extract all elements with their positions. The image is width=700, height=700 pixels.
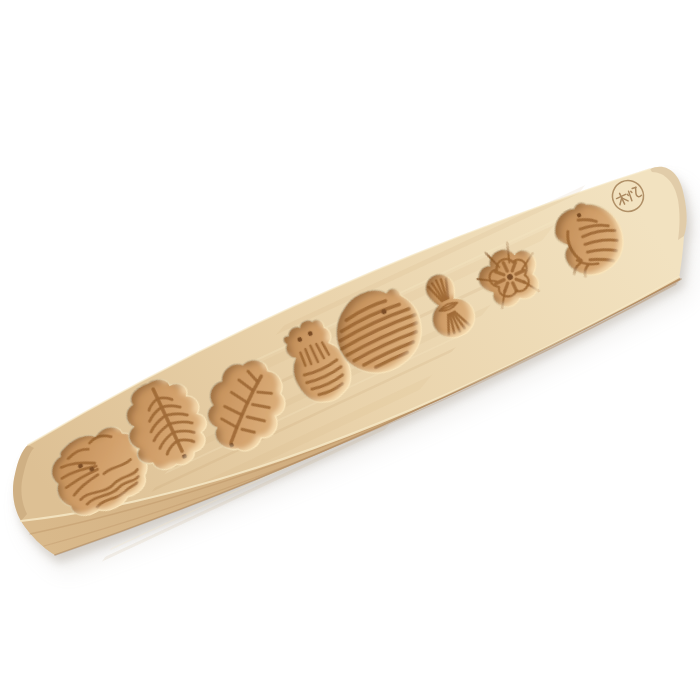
mold-illustration: Wooden kashigata sweets mold: a long lig… [0, 0, 700, 700]
product-photo: Wooden kashigata sweets mold: a long lig… [0, 0, 700, 700]
